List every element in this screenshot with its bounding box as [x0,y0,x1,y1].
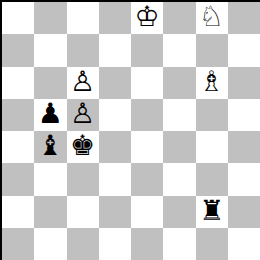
square-d8[interactable] [99,2,131,34]
square-f2[interactable] [163,196,195,228]
piece-white-pawn-c6[interactable]: ♙ [70,68,95,96]
piece-white-pawn-c5[interactable]: ♙ [70,100,95,128]
square-f4[interactable] [163,131,195,163]
square-b7[interactable] [34,34,66,66]
square-c7[interactable] [67,34,99,66]
square-b3[interactable] [34,163,66,195]
square-e1[interactable] [131,228,163,260]
square-f6[interactable] [163,67,195,99]
square-g2[interactable]: ♜ [196,196,228,228]
square-h2[interactable] [228,196,260,228]
square-c6[interactable]: ♙ [67,67,99,99]
square-f8[interactable] [163,2,195,34]
square-h5[interactable] [228,99,260,131]
square-d1[interactable] [99,228,131,260]
piece-black-king-c4[interactable]: ♚ [70,132,95,160]
square-e5[interactable] [131,99,163,131]
square-f5[interactable] [163,99,195,131]
piece-black-pawn-b5[interactable]: ♟ [38,100,63,128]
square-g8[interactable]: ♘ [196,2,228,34]
square-g4[interactable] [196,131,228,163]
square-c5[interactable]: ♙ [67,99,99,131]
piece-black-bishop-b4[interactable]: ♝ [38,132,63,160]
square-a5[interactable] [2,99,34,131]
square-a1[interactable] [2,228,34,260]
square-a2[interactable] [2,196,34,228]
square-b8[interactable] [34,2,66,34]
square-b1[interactable] [34,228,66,260]
square-f1[interactable] [163,228,195,260]
square-e8[interactable]: ♔ [131,2,163,34]
square-f3[interactable] [163,163,195,195]
square-b6[interactable] [34,67,66,99]
square-e6[interactable] [131,67,163,99]
square-d6[interactable] [99,67,131,99]
square-f7[interactable] [163,34,195,66]
piece-white-knight-g8[interactable]: ♘ [199,3,224,31]
square-b4[interactable]: ♝ [34,131,66,163]
square-c4[interactable]: ♚ [67,131,99,163]
piece-white-bishop-g6[interactable]: ♗ [199,68,224,96]
piece-white-king-e8[interactable]: ♔ [135,3,160,31]
square-a4[interactable] [2,131,34,163]
square-h8[interactable] [228,2,260,34]
square-g5[interactable] [196,99,228,131]
square-c2[interactable] [67,196,99,228]
square-a6[interactable] [2,67,34,99]
square-b2[interactable] [34,196,66,228]
square-c8[interactable] [67,2,99,34]
square-h1[interactable] [228,228,260,260]
piece-black-rook-g2[interactable]: ♜ [199,197,224,225]
square-d4[interactable] [99,131,131,163]
square-a8[interactable] [2,2,34,34]
square-g1[interactable] [196,228,228,260]
square-d5[interactable] [99,99,131,131]
square-e4[interactable] [131,131,163,163]
square-c3[interactable] [67,163,99,195]
chess-board: ♔♘♙♗♟♙♝♚♜ [0,0,260,260]
square-g6[interactable]: ♗ [196,67,228,99]
square-a3[interactable] [2,163,34,195]
square-d2[interactable] [99,196,131,228]
square-b5[interactable]: ♟ [34,99,66,131]
square-g3[interactable] [196,163,228,195]
square-h7[interactable] [228,34,260,66]
square-h6[interactable] [228,67,260,99]
square-d7[interactable] [99,34,131,66]
square-e3[interactable] [131,163,163,195]
square-h3[interactable] [228,163,260,195]
square-e7[interactable] [131,34,163,66]
square-h4[interactable] [228,131,260,163]
square-d3[interactable] [99,163,131,195]
square-a7[interactable] [2,34,34,66]
square-c1[interactable] [67,228,99,260]
square-g7[interactable] [196,34,228,66]
square-e2[interactable] [131,196,163,228]
